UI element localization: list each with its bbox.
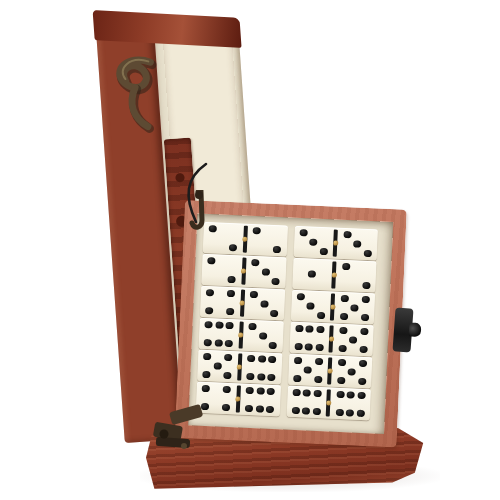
pip-cell: [260, 258, 271, 267]
pip-cell: [226, 289, 237, 298]
pip-cell: [204, 306, 215, 315]
pip-cell: [302, 388, 313, 397]
pip: [295, 325, 303, 332]
pip-cell: [295, 292, 306, 301]
pip-cell: [259, 299, 270, 308]
pip-cell: [345, 390, 356, 399]
pip: [337, 359, 345, 366]
pip: [228, 276, 236, 283]
pip-cell: [203, 338, 214, 347]
pip-cell: [270, 277, 281, 286]
pip-cell: [315, 325, 326, 334]
pip-cell: [307, 260, 318, 269]
pip-cell: [302, 374, 313, 383]
pip-cell: [362, 249, 373, 258]
pip-cell: [215, 297, 226, 306]
pip: [339, 313, 347, 320]
pip-cell: [313, 366, 324, 375]
pip: [256, 388, 264, 395]
pip-cell: [336, 358, 347, 367]
pip-cell: [348, 326, 359, 335]
pip-cell: [216, 274, 227, 283]
pip: [338, 345, 346, 352]
pip-cell: [206, 265, 217, 274]
domino-half: [293, 226, 334, 259]
pip-cell: [357, 359, 368, 368]
pip: [320, 248, 328, 255]
pip-cell: [345, 408, 356, 417]
pip-cell: [347, 344, 358, 353]
pip-cell: [295, 301, 306, 310]
pip-cell: [267, 355, 278, 364]
product-photo-scene: [0, 0, 500, 500]
pip: [343, 231, 351, 238]
pip-cell: [205, 274, 216, 283]
pip-cell: [216, 265, 227, 274]
pip-cell: [228, 234, 239, 243]
clasp-icon: [102, 47, 181, 148]
pip-cell: [227, 275, 238, 284]
pip-cell: [254, 404, 265, 413]
pip-cell: [290, 406, 301, 415]
pip: [346, 409, 354, 416]
pip-cell: [348, 335, 359, 344]
pip-cell: [338, 326, 349, 335]
pip-cell: [291, 397, 302, 406]
pip: [315, 358, 323, 365]
pip-cell: [347, 358, 358, 367]
pip-cell: [245, 372, 256, 381]
pip-cell: [345, 399, 356, 408]
pip: [214, 363, 222, 370]
pip-cell: [294, 324, 305, 333]
tray-compartments: [196, 222, 378, 421]
pip-cell: [337, 344, 348, 353]
pip-cell: [257, 340, 268, 349]
pip-cell: [292, 374, 303, 383]
domino-half: [286, 386, 327, 419]
domino-tile-6-6: [286, 386, 371, 421]
pip-cell: [224, 339, 235, 348]
domino-half: [292, 258, 333, 291]
pip-cell: [228, 243, 239, 252]
domino-half: [200, 286, 241, 319]
pip-cell: [202, 352, 213, 361]
pip-cell: [301, 397, 312, 406]
pip-cell: [293, 342, 304, 351]
pip: [336, 391, 344, 398]
pip-cell: [206, 256, 217, 265]
pip: [305, 344, 313, 351]
pip-cell: [361, 272, 372, 281]
pip: [272, 278, 280, 285]
pip-cell: [298, 237, 309, 246]
pip-cell: [224, 330, 235, 339]
pip-cell: [314, 357, 325, 366]
pip-cell: [213, 352, 224, 361]
pip-cell: [259, 290, 270, 299]
latch-hook-icon: [186, 190, 212, 236]
pip-cell: [217, 256, 228, 265]
pip-cell: [250, 258, 261, 267]
pip: [259, 333, 267, 340]
pip: [208, 257, 216, 264]
pip: [306, 326, 314, 333]
pip-cell: [218, 224, 229, 233]
pip-cell: [298, 228, 309, 237]
pip-cell: [360, 304, 371, 313]
pip-cell: [340, 280, 351, 289]
pip: [205, 307, 213, 314]
pip-cell: [201, 384, 212, 393]
pip: [302, 408, 310, 415]
domino-tile-4-3: [200, 286, 285, 321]
pip-cell: [247, 322, 258, 331]
pip-cell: [212, 361, 223, 370]
pip-cell: [203, 320, 214, 329]
pip-cell: [244, 386, 255, 395]
pip: [339, 327, 347, 334]
pip-cell: [269, 300, 280, 309]
pip: [335, 409, 343, 416]
pip-cell: [363, 231, 374, 240]
pip-cell: [271, 268, 282, 277]
pip: [349, 337, 357, 344]
pip-cell: [202, 361, 213, 370]
domino-half: [289, 322, 330, 355]
hinge-icon: [150, 404, 210, 460]
pip: [361, 296, 369, 303]
pip: [246, 373, 254, 380]
pip: [347, 391, 355, 398]
pip-cell: [339, 294, 350, 303]
domino-tile-1-2: [292, 258, 377, 293]
pip: [250, 291, 258, 298]
pip-cell: [261, 244, 272, 253]
pip: [247, 355, 255, 362]
pip-cell: [346, 376, 357, 385]
pip-cell: [350, 280, 361, 289]
pip: [337, 377, 345, 384]
pip-cell: [293, 333, 304, 342]
pip-cell: [248, 299, 259, 308]
pip-cell: [265, 405, 276, 414]
pip-cell: [249, 276, 260, 285]
pip-cell: [227, 257, 238, 266]
pip-cell: [312, 398, 323, 407]
domino-half: [245, 256, 286, 289]
pip-cell: [338, 312, 349, 321]
pip: [315, 344, 323, 351]
pip-cell: [351, 262, 362, 271]
pip-cell: [215, 288, 226, 297]
pip-cell: [291, 388, 302, 397]
pip: [342, 263, 350, 270]
pip-cell: [214, 329, 225, 338]
pip: [255, 406, 263, 413]
pip: [310, 239, 318, 246]
domino-half: [334, 292, 375, 325]
pip-cell: [218, 233, 229, 242]
pip: [273, 246, 281, 253]
pip-cell: [265, 396, 276, 405]
domino-half: [333, 324, 374, 357]
pip: [248, 323, 256, 330]
pip: [226, 322, 234, 329]
pip: [257, 374, 265, 381]
pip-cell: [267, 341, 278, 350]
pip-cell: [248, 308, 259, 317]
domino-tile-3-3: [293, 226, 378, 261]
domino-half: [242, 320, 283, 353]
pip: [226, 308, 234, 315]
pip-cell: [313, 375, 324, 384]
pip: [340, 295, 348, 302]
pip-cell: [246, 340, 257, 349]
pip-cell: [223, 353, 234, 362]
pip-cell: [214, 320, 225, 329]
pip: [251, 259, 259, 266]
pip-cell: [305, 310, 316, 319]
domino-column-left: [196, 222, 288, 417]
pip: [297, 293, 305, 300]
pip-cell: [341, 248, 352, 257]
pip-cell: [217, 242, 228, 251]
pip-cell: [204, 297, 215, 306]
domino-half: [330, 388, 371, 421]
pip: [304, 367, 312, 374]
pip: [202, 385, 210, 392]
pip-cell: [255, 386, 266, 395]
pip-cell: [306, 278, 317, 287]
pip-cell: [297, 260, 308, 269]
pip-cell: [334, 399, 345, 408]
pip: [223, 386, 231, 393]
pip-cell: [361, 281, 372, 290]
pip-cell: [301, 406, 312, 415]
pip-cell: [201, 370, 212, 379]
pip-cell: [319, 238, 330, 247]
pip-cell: [355, 400, 366, 409]
pip-cell: [304, 333, 315, 342]
pip: [356, 410, 364, 417]
pip-cell: [309, 228, 320, 237]
domino-tile-6-3: [199, 318, 284, 353]
pip: [203, 371, 211, 378]
pip-cell: [319, 229, 330, 238]
pip: [224, 372, 232, 379]
pip: [316, 326, 324, 333]
pip-cell: [247, 331, 258, 340]
pip: [206, 289, 214, 296]
pip-cell: [261, 235, 272, 244]
domino-tile-2-2: [203, 222, 288, 257]
pip-cell: [349, 294, 360, 303]
domino-half: [335, 260, 376, 293]
pip-cell: [262, 226, 273, 235]
pip: [227, 290, 235, 297]
pip: [350, 305, 358, 312]
pip-cell: [315, 334, 326, 343]
pip-cell: [357, 368, 368, 377]
pip-cell: [352, 239, 363, 248]
pip: [204, 339, 212, 346]
pip-cell: [250, 267, 261, 276]
pip-cell: [308, 237, 319, 246]
pip-cell: [258, 308, 269, 317]
pip: [205, 321, 213, 328]
domino-tile-5-5: [288, 354, 373, 389]
pip-cell: [362, 240, 373, 249]
pip-cell: [210, 402, 221, 411]
pip-cell: [269, 309, 280, 318]
pip-cell: [221, 394, 232, 403]
pip-cell: [337, 335, 348, 344]
pip: [361, 314, 369, 321]
pip: [307, 303, 315, 310]
pip-cell: [254, 395, 265, 404]
pip-cell: [271, 259, 282, 268]
pip-cell: [307, 269, 318, 278]
pip-cell: [265, 387, 276, 396]
domino-tile-6-5: [289, 322, 374, 357]
pip-cell: [349, 312, 360, 321]
pip-cell: [225, 321, 236, 330]
pip-cell: [244, 395, 255, 404]
domino-half: [337, 228, 378, 261]
pip-cell: [303, 365, 314, 374]
pip-cell: [335, 390, 346, 399]
pip-cell: [272, 245, 283, 254]
pip-cell: [317, 279, 328, 288]
pip-cell: [304, 342, 315, 351]
domino-tile-5-6: [197, 350, 282, 385]
pip: [359, 360, 367, 367]
pip-cell: [222, 385, 233, 394]
pip: [246, 387, 254, 394]
pip-cell: [334, 408, 345, 417]
pip: [215, 322, 223, 329]
pip-cell: [336, 367, 347, 376]
domino-column-right: [286, 226, 378, 421]
pip: [360, 328, 368, 335]
pip: [363, 250, 371, 257]
pip-cell: [270, 291, 281, 300]
pip-cell: [266, 364, 277, 373]
domino-half: [288, 354, 329, 387]
domino-half: [246, 224, 287, 257]
pip-cell: [268, 332, 279, 341]
pip-cell: [211, 393, 222, 402]
pip-cell: [306, 292, 317, 301]
pip: [292, 389, 300, 396]
latch-catch: [392, 307, 413, 352]
pip-cell: [296, 269, 307, 278]
domino-tile-2-3: [201, 254, 286, 289]
domino-half: [199, 318, 240, 351]
pip-cell: [251, 226, 262, 235]
pip-cell: [335, 376, 346, 385]
pip-cell: [294, 310, 305, 319]
pip-cell: [257, 331, 268, 340]
pip: [253, 227, 261, 234]
pip-cell: [229, 225, 240, 234]
pip: [293, 375, 301, 382]
pip-cell: [359, 313, 370, 322]
pip: [308, 271, 316, 278]
pip-cell: [350, 271, 361, 280]
domino-half: [244, 288, 285, 321]
pip-cell: [266, 373, 277, 382]
pip: [303, 390, 311, 397]
pip-cell: [342, 230, 353, 239]
pip-cell: [223, 362, 234, 371]
pip-cell: [292, 356, 303, 365]
pip: [258, 356, 266, 363]
pip-cell: [260, 267, 271, 276]
pip-cell: [351, 248, 362, 257]
pip: [267, 374, 275, 381]
pip: [222, 404, 230, 411]
pip: [314, 376, 322, 383]
pip-cell: [359, 327, 370, 336]
pip-cell: [358, 345, 369, 354]
pip-cell: [226, 298, 237, 307]
domino-half: [239, 384, 280, 417]
pip-cell: [358, 336, 369, 345]
tray-lining: [188, 214, 393, 434]
pip: [348, 369, 356, 376]
pip-cell: [352, 230, 363, 239]
pip: [215, 340, 223, 347]
pip: [268, 356, 276, 363]
pip-cell: [311, 407, 322, 416]
pip-cell: [305, 301, 316, 310]
pip-cell: [296, 278, 307, 287]
pip-cell: [356, 391, 367, 400]
pip: [270, 310, 278, 317]
pip-cell: [200, 393, 211, 402]
pip: [313, 390, 321, 397]
pip-cell: [251, 235, 262, 244]
pip-cell: [303, 356, 314, 365]
pip: [292, 407, 300, 414]
pip: [353, 241, 361, 248]
pip: [203, 353, 211, 360]
pip-cell: [205, 288, 216, 297]
pip-cell: [312, 389, 323, 398]
pip-cell: [246, 354, 257, 363]
pip-cell: [256, 363, 267, 372]
pip: [299, 229, 307, 236]
pip-cell: [272, 236, 283, 245]
pip-cell: [268, 323, 279, 332]
pip: [362, 282, 370, 289]
pip-cell: [215, 306, 226, 315]
pip-cell: [212, 370, 223, 379]
domino-half: [290, 290, 331, 323]
pip: [317, 312, 325, 319]
pip-cell: [244, 404, 255, 413]
pip-cell: [227, 266, 238, 275]
pip-cell: [255, 372, 266, 381]
pip-cell: [222, 371, 233, 380]
pip-cell: [341, 239, 352, 248]
pip: [229, 244, 237, 251]
pip-cell: [349, 303, 360, 312]
pip-cell: [203, 329, 214, 338]
pip-cell: [339, 303, 350, 312]
